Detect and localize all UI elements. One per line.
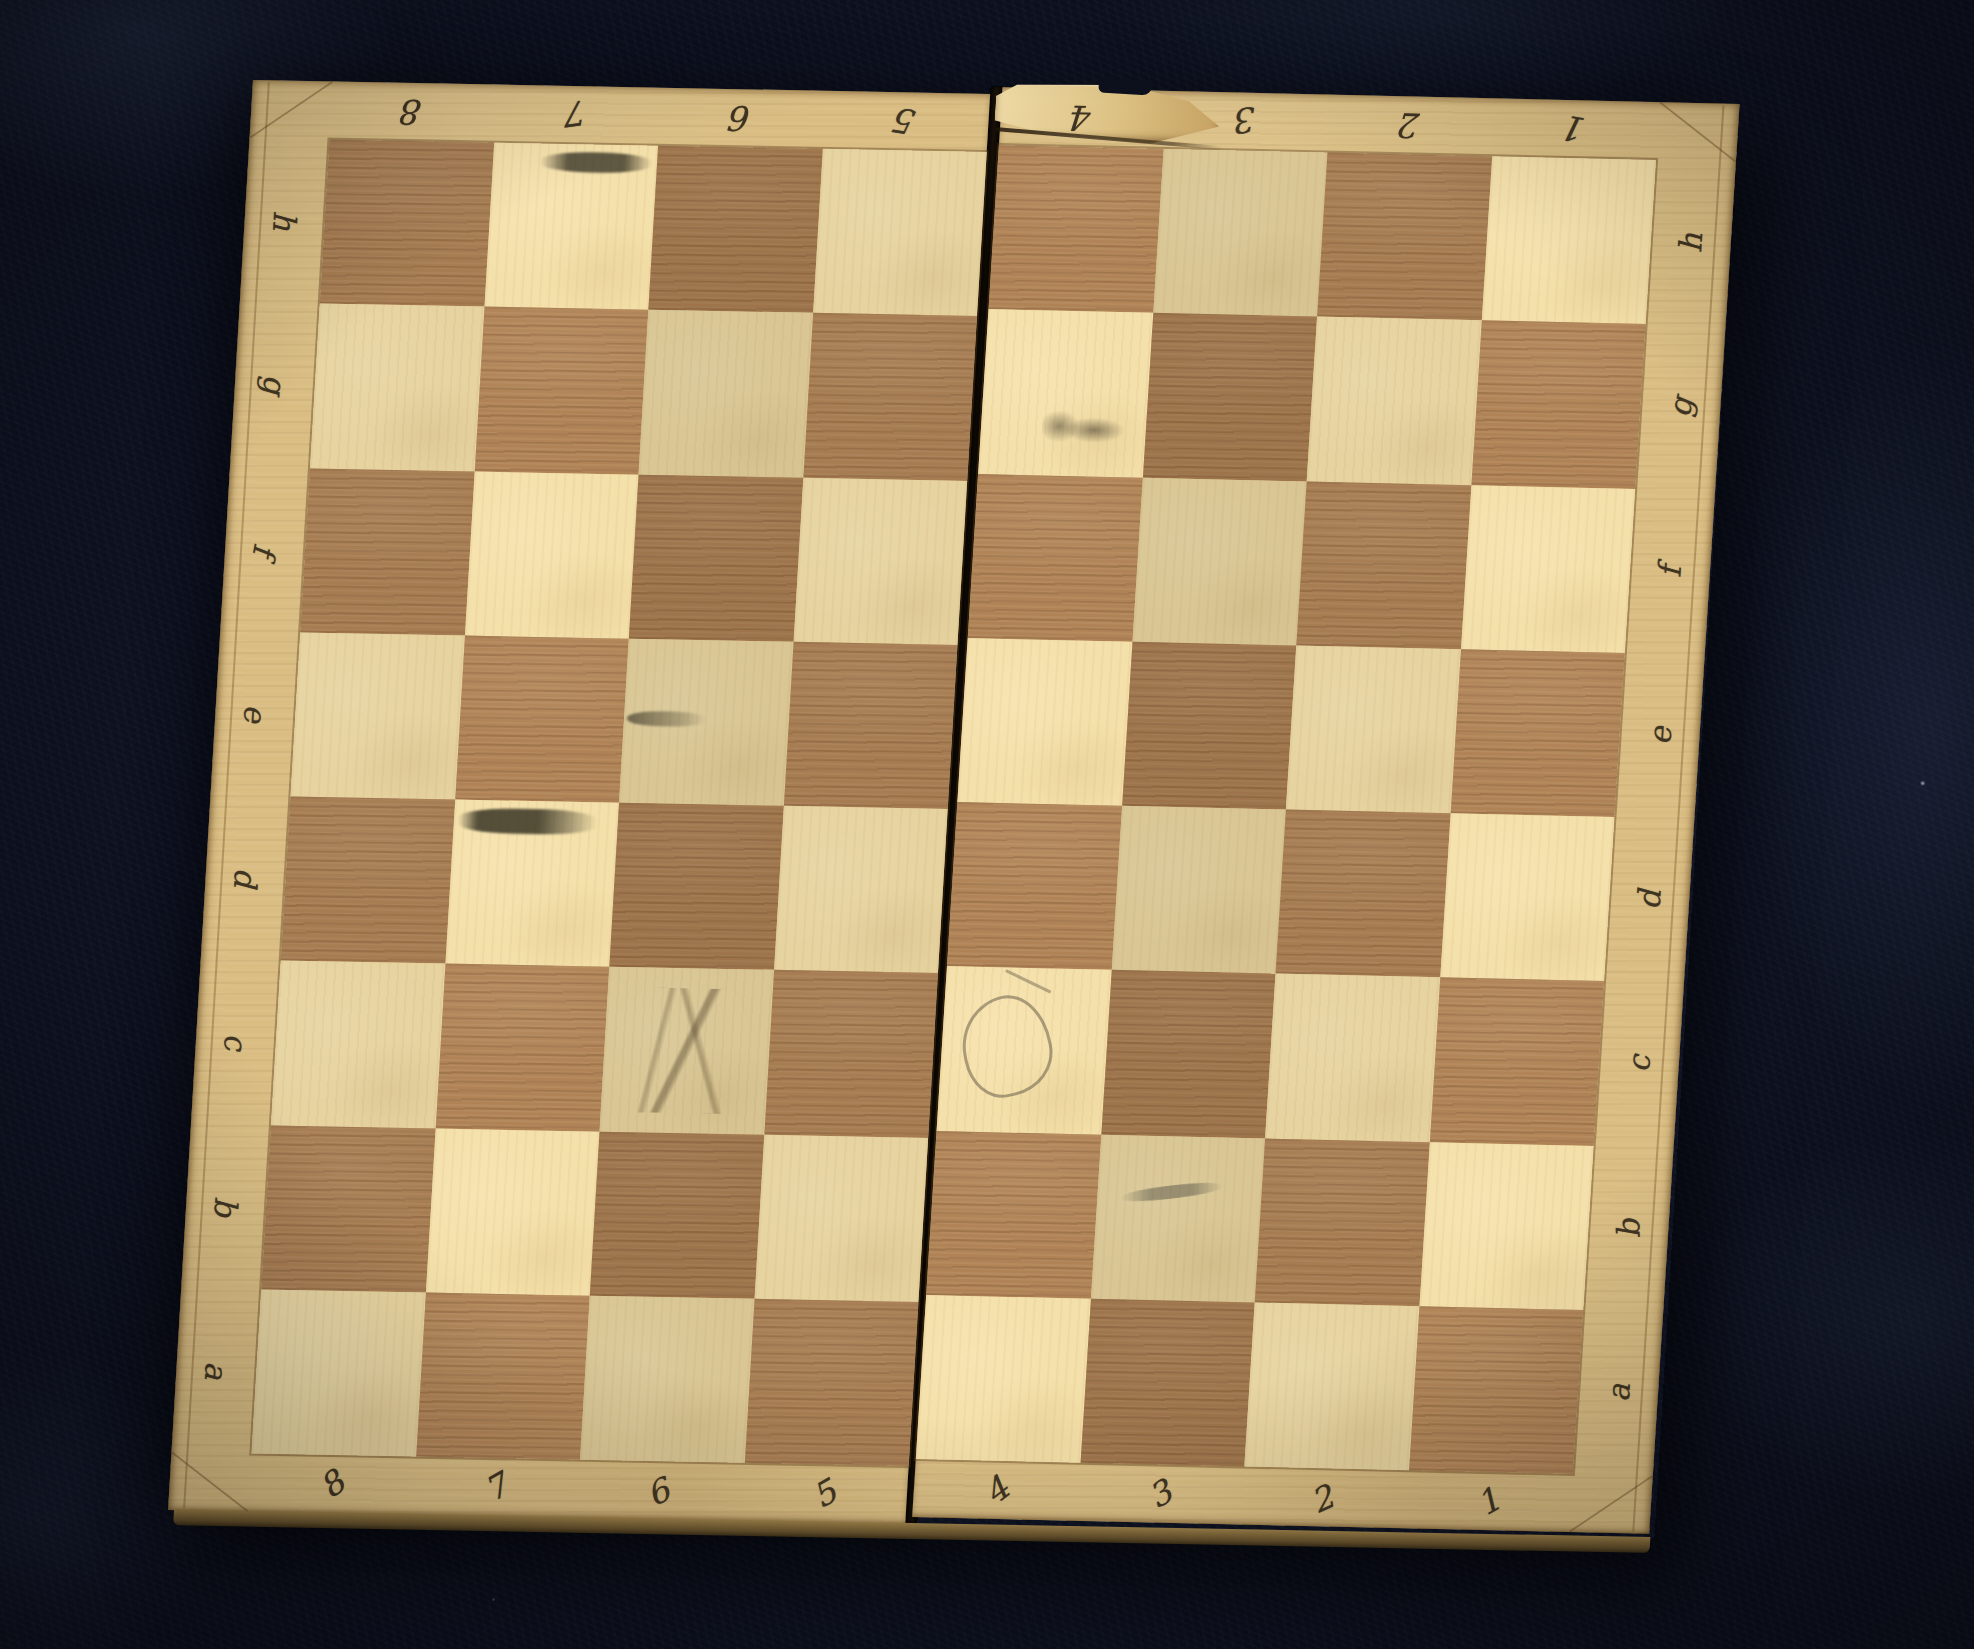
frame-miter-top-left [250, 80, 333, 140]
square-d4 [947, 802, 1122, 970]
square-f2 [1296, 481, 1471, 649]
square-f7 [465, 471, 639, 638]
square-g5 [803, 313, 977, 480]
square-a8 [251, 1289, 425, 1456]
square-e5 [783, 642, 957, 809]
rank-top-8: 8 [329, 82, 497, 143]
file-g: g [230, 302, 320, 468]
mark-graystreak [1120, 1179, 1223, 1204]
square-d8 [281, 797, 455, 964]
square-g6 [639, 310, 813, 477]
rank-top-2: 2 [1327, 95, 1495, 157]
mark-blotch [1041, 409, 1139, 451]
rank-bottom-7: 7 [412, 1457, 580, 1518]
frame-miter-top-right [1656, 102, 1740, 162]
file-g: g [1635, 324, 1725, 490]
rank-bottom-8: 8 [248, 1454, 416, 1515]
square-f8 [300, 468, 474, 635]
square-d6 [609, 803, 783, 970]
square-d5 [774, 806, 948, 973]
square-b2 [1255, 1138, 1430, 1306]
rank-top-5: 5 [822, 91, 990, 152]
square-b6 [590, 1131, 764, 1298]
mark-streak [458, 808, 597, 835]
file-label: f [246, 541, 284, 557]
file-d: d [201, 795, 291, 961]
square-c3 [1101, 970, 1276, 1138]
rank-top-6: 6 [658, 88, 826, 149]
rank-bottom-label: 3 [1142, 1471, 1179, 1515]
squares-grid-left [251, 140, 986, 1466]
square-g7 [474, 307, 648, 474]
file-h: h [1646, 160, 1736, 326]
file-f: f [1625, 489, 1715, 655]
file-label: b [208, 1196, 245, 1217]
square-d7 [445, 800, 619, 967]
square-a4 [916, 1295, 1091, 1463]
square-b4 [926, 1131, 1101, 1299]
file-label: a [1599, 1383, 1636, 1402]
chessboard: 8765 8765 hgfedcba 4321 4321 hgfedcba [168, 80, 1739, 1538]
file-label: h [1672, 233, 1709, 254]
rank-top-label: 7 [565, 92, 590, 135]
square-e2 [1286, 645, 1461, 813]
rank-bottom-6: 6 [577, 1460, 745, 1521]
square-a5 [744, 1299, 918, 1466]
file-label: h [266, 211, 303, 232]
file-label: a [198, 1361, 235, 1380]
file-label: g [256, 375, 293, 396]
rank-top-label: 4 [1071, 98, 1095, 138]
square-e7 [455, 635, 629, 802]
rank-top-label: 5 [892, 100, 921, 143]
square-b7 [425, 1128, 599, 1295]
square-e8 [290, 632, 464, 799]
square-a3 [1080, 1299, 1255, 1467]
file-d: d [1604, 817, 1694, 983]
file-label: e [1641, 726, 1678, 745]
square-f6 [629, 474, 803, 641]
square-h2 [1317, 153, 1492, 321]
rank-top-label: 2 [1399, 105, 1423, 145]
square-c7 [435, 964, 609, 1131]
square-h8 [320, 140, 494, 307]
square-d1 [1440, 813, 1615, 981]
rank-labels-bottom-left: 8765 [248, 1454, 909, 1524]
square-e4 [957, 638, 1132, 806]
rank-bottom-2: 2 [1241, 1466, 1409, 1528]
board-right-half: 4321 4321 hgfedcba [912, 87, 1739, 1534]
rank-top-label: 1 [1561, 108, 1590, 151]
file-label: d [227, 868, 264, 889]
rank-bottom-label: 5 [806, 1471, 843, 1515]
square-h4 [989, 145, 1164, 313]
square-c5 [764, 970, 938, 1137]
square-g8 [310, 304, 484, 471]
rank-top-3: 3 [1163, 91, 1331, 153]
file-label: d [1631, 890, 1668, 911]
square-a7 [416, 1292, 590, 1459]
square-b8 [261, 1125, 435, 1292]
rank-bottom-label: 4 [976, 1468, 1016, 1512]
file-c: c [191, 959, 281, 1125]
rank-top-7: 7 [494, 85, 662, 146]
rank-top-label: 8 [401, 92, 425, 132]
square-g3 [1142, 313, 1317, 481]
rank-bottom-1: 1 [1405, 1470, 1573, 1532]
frame-miter-bottom-right [1569, 1474, 1653, 1534]
rank-bottom-3: 3 [1076, 1463, 1244, 1525]
mark-scuff-top [540, 152, 653, 174]
square-f3 [1132, 477, 1307, 645]
file-c: c [1594, 981, 1684, 1147]
mark-streak-small [627, 711, 707, 727]
square-e1 [1450, 649, 1625, 817]
square-f4 [968, 474, 1143, 642]
square-h6 [648, 146, 822, 313]
mark-scratches [614, 987, 759, 1114]
square-g4 [978, 309, 1153, 477]
square-f5 [793, 477, 967, 644]
square-a6 [580, 1295, 754, 1462]
file-label: c [1620, 1055, 1657, 1073]
file-label: f [1652, 565, 1689, 577]
rank-top-1: 1 [1492, 98, 1660, 160]
square-f1 [1461, 485, 1636, 653]
file-label: b [1610, 1217, 1647, 1240]
square-h3 [1153, 149, 1328, 317]
rank-labels-top-left: 8765 [329, 82, 990, 152]
photo-background-fabric: 8765 8765 hgfedcba 4321 4321 hgfedcba [0, 0, 1974, 1649]
square-c1 [1429, 978, 1604, 1146]
square-c8 [271, 961, 445, 1128]
square-h1 [1481, 156, 1656, 324]
square-g2 [1307, 317, 1482, 485]
square-c6 [600, 967, 774, 1134]
rank-bottom-4: 4 [912, 1459, 1080, 1521]
rank-bottom-label: 8 [312, 1462, 352, 1506]
file-e: e [211, 631, 301, 797]
rank-bottom-5: 5 [741, 1463, 909, 1524]
square-b5 [754, 1134, 928, 1301]
square-c4 [937, 966, 1112, 1134]
rank-bottom-label: 6 [640, 1469, 674, 1513]
file-label: g [1661, 395, 1700, 420]
square-g1 [1471, 321, 1646, 489]
rank-bottom-label: 1 [1471, 1479, 1508, 1523]
square-e6 [619, 638, 793, 805]
rank-top-4: 4 [999, 87, 1167, 149]
square-b1 [1419, 1142, 1594, 1310]
file-h: h [240, 138, 330, 304]
square-d3 [1111, 806, 1286, 974]
square-c2 [1265, 974, 1440, 1142]
square-h7 [484, 143, 658, 310]
file-b: b [1583, 1145, 1673, 1311]
rank-bottom-label: 2 [1305, 1477, 1339, 1521]
square-b3 [1090, 1134, 1265, 1302]
file-a: a [171, 1288, 261, 1454]
file-b: b [181, 1124, 271, 1290]
file-f: f [220, 467, 310, 633]
rank-top-label: 6 [730, 98, 754, 138]
frame-miter-bottom-left [168, 1452, 251, 1512]
rank-bottom-label: 7 [478, 1465, 515, 1509]
board-left-half: 8765 8765 hgfedcba [168, 80, 990, 1524]
square-e3 [1122, 642, 1297, 810]
rank-top-label: 3 [1234, 98, 1259, 141]
squares-grid-right [916, 145, 1656, 1474]
square-a2 [1244, 1302, 1419, 1470]
square-a1 [1409, 1306, 1584, 1474]
square-h5 [813, 149, 987, 316]
file-label: e [237, 704, 274, 723]
mark-pencil [955, 987, 1060, 1105]
file-a: a [1573, 1310, 1663, 1476]
square-d2 [1276, 810, 1451, 978]
file-e: e [1614, 653, 1704, 819]
file-label: c [217, 1032, 254, 1052]
